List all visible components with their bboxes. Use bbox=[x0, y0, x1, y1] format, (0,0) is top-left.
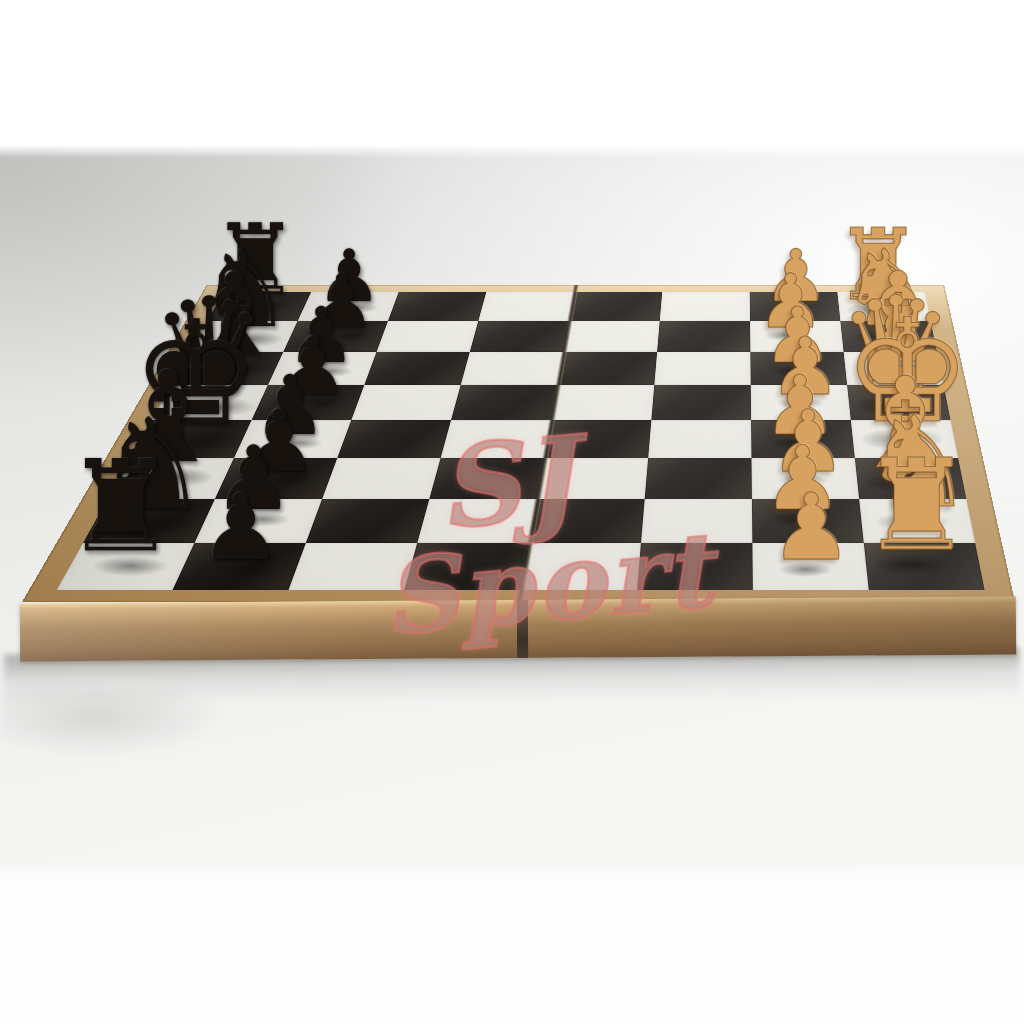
product-photo: ♜♟♟♜♞♟♟♞♝♟♟♝♛♟♟♛♚♟♟♚♝♟♟♝♞♟♟♞♜♟♟♜ SJ Spor… bbox=[0, 0, 1024, 1024]
white-pawn-glyph: ♟ bbox=[770, 481, 853, 573]
black-pawn-glyph: ♟ bbox=[199, 481, 282, 573]
black-rook-glyph: ♜ bbox=[64, 444, 177, 570]
pieces-layer: ♜♟♟♜♞♟♟♞♝♟♟♝♛♟♟♛♚♟♟♚♝♟♟♝♞♟♟♞♜♟♟♜ bbox=[0, 0, 1024, 1024]
white-rook-glyph: ♜ bbox=[860, 443, 973, 569]
